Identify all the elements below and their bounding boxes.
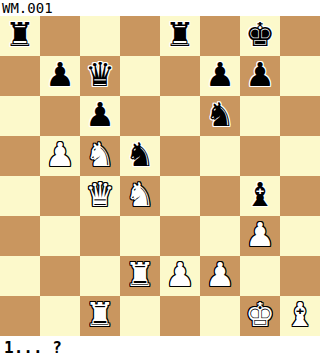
black-pawn: ♟ — [205, 56, 235, 95]
square-h6[interactable] — [280, 96, 320, 136]
square-c8[interactable] — [80, 16, 120, 56]
square-d7[interactable] — [120, 56, 160, 96]
square-a3[interactable] — [0, 216, 40, 256]
square-c4[interactable]: ♛ — [80, 176, 120, 216]
white-rook: ♜ — [85, 296, 115, 335]
square-d2[interactable]: ♜ — [120, 256, 160, 296]
square-b7[interactable]: ♟ — [40, 56, 80, 96]
black-pawn: ♟ — [245, 56, 275, 95]
square-d5[interactable]: ♞ — [120, 136, 160, 176]
square-h2[interactable] — [280, 256, 320, 296]
square-b5[interactable]: ♟ — [40, 136, 80, 176]
square-a2[interactable] — [0, 256, 40, 296]
square-f7[interactable]: ♟ — [200, 56, 240, 96]
square-f8[interactable] — [200, 16, 240, 56]
square-c7[interactable]: ♛ — [80, 56, 120, 96]
square-c3[interactable] — [80, 216, 120, 256]
square-d1[interactable] — [120, 296, 160, 336]
white-pawn: ♟ — [45, 136, 75, 175]
black-king: ♚ — [245, 16, 275, 55]
square-a4[interactable] — [0, 176, 40, 216]
square-f3[interactable] — [200, 216, 240, 256]
square-h3[interactable] — [280, 216, 320, 256]
white-pawn: ♟ — [245, 216, 275, 255]
square-f1[interactable] — [200, 296, 240, 336]
square-f6[interactable]: ♞ — [200, 96, 240, 136]
white-pawn: ♟ — [165, 256, 195, 295]
square-f5[interactable] — [200, 136, 240, 176]
square-a1[interactable] — [0, 296, 40, 336]
black-bishop: ♝ — [245, 176, 275, 215]
square-a7[interactable] — [0, 56, 40, 96]
square-h4[interactable] — [280, 176, 320, 216]
square-g5[interactable] — [240, 136, 280, 176]
square-g3[interactable]: ♟ — [240, 216, 280, 256]
white-knight: ♞ — [85, 136, 115, 175]
chess-board: ♜♜♚♟♛♟♟♟♞♟♞♞♛♞♝♟♜♟♟♜♚♝ — [0, 16, 320, 336]
square-a6[interactable] — [0, 96, 40, 136]
black-rook: ♜ — [165, 16, 195, 55]
square-d3[interactable] — [120, 216, 160, 256]
square-g8[interactable]: ♚ — [240, 16, 280, 56]
square-b2[interactable] — [40, 256, 80, 296]
square-f2[interactable]: ♟ — [200, 256, 240, 296]
square-g6[interactable] — [240, 96, 280, 136]
black-knight: ♞ — [205, 96, 235, 135]
black-knight: ♞ — [125, 136, 155, 175]
square-e6[interactable] — [160, 96, 200, 136]
white-rook: ♜ — [125, 256, 155, 295]
square-h1[interactable]: ♝ — [280, 296, 320, 336]
square-a8[interactable]: ♜ — [0, 16, 40, 56]
black-pawn: ♟ — [45, 56, 75, 95]
square-g7[interactable]: ♟ — [240, 56, 280, 96]
square-g4[interactable]: ♝ — [240, 176, 280, 216]
square-d4[interactable]: ♞ — [120, 176, 160, 216]
square-g1[interactable]: ♚ — [240, 296, 280, 336]
square-e2[interactable]: ♟ — [160, 256, 200, 296]
square-c2[interactable] — [80, 256, 120, 296]
chess-diagram-page: WM.001 ♜♜♚♟♛♟♟♟♞♟♞♞♛♞♝♟♜♟♟♜♚♝ 1... ? — [0, 0, 320, 360]
square-e3[interactable] — [160, 216, 200, 256]
square-b3[interactable] — [40, 216, 80, 256]
square-g2[interactable] — [240, 256, 280, 296]
square-b1[interactable] — [40, 296, 80, 336]
white-king: ♚ — [245, 296, 275, 335]
black-pawn: ♟ — [85, 96, 115, 135]
white-knight: ♞ — [125, 176, 155, 215]
square-a5[interactable] — [0, 136, 40, 176]
square-e7[interactable] — [160, 56, 200, 96]
square-d6[interactable] — [120, 96, 160, 136]
black-rook: ♜ — [5, 16, 35, 55]
square-e8[interactable]: ♜ — [160, 16, 200, 56]
square-c1[interactable]: ♜ — [80, 296, 120, 336]
square-h7[interactable] — [280, 56, 320, 96]
square-c5[interactable]: ♞ — [80, 136, 120, 176]
square-d8[interactable] — [120, 16, 160, 56]
square-b4[interactable] — [40, 176, 80, 216]
white-queen: ♛ — [85, 176, 115, 215]
move-prompt: 1... ? — [0, 336, 320, 360]
diagram-title: WM.001 — [0, 0, 320, 16]
square-b8[interactable] — [40, 16, 80, 56]
square-e4[interactable] — [160, 176, 200, 216]
square-b6[interactable] — [40, 96, 80, 136]
square-f4[interactable] — [200, 176, 240, 216]
white-pawn: ♟ — [205, 256, 235, 295]
square-e1[interactable] — [160, 296, 200, 336]
square-h5[interactable] — [280, 136, 320, 176]
square-h8[interactable] — [280, 16, 320, 56]
square-e5[interactable] — [160, 136, 200, 176]
square-c6[interactable]: ♟ — [80, 96, 120, 136]
black-queen: ♛ — [85, 56, 115, 95]
white-bishop: ♝ — [285, 296, 315, 335]
